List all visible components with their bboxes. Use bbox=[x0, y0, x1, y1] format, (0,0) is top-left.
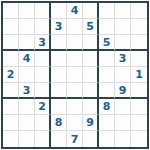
cell-r7c1[interactable] bbox=[3, 99, 19, 115]
cell-r9c4[interactable] bbox=[51, 131, 67, 147]
cell-r4c8[interactable]: 3 bbox=[115, 51, 131, 67]
cell-r4c3[interactable] bbox=[35, 51, 51, 67]
cell-r2c2[interactable] bbox=[19, 19, 35, 35]
cell-r8c4[interactable]: 8 bbox=[51, 115, 67, 131]
cell-r8c7[interactable] bbox=[99, 115, 115, 131]
cell-r6c6[interactable] bbox=[83, 83, 99, 99]
cell-r6c8[interactable]: 9 bbox=[115, 83, 131, 99]
cell-r2c5[interactable] bbox=[67, 19, 83, 35]
cell-r5c8[interactable] bbox=[115, 67, 131, 83]
cell-r4c2[interactable]: 4 bbox=[19, 51, 35, 67]
cell-r9c6[interactable] bbox=[83, 131, 99, 147]
cell-r6c4[interactable] bbox=[51, 83, 67, 99]
given-digit: 7 bbox=[71, 134, 79, 145]
cell-r8c1[interactable] bbox=[3, 115, 19, 131]
given-digit: 4 bbox=[23, 53, 31, 64]
cell-r5c1[interactable]: 2 bbox=[3, 67, 19, 83]
cell-r1c2[interactable] bbox=[19, 3, 35, 19]
given-digit: 3 bbox=[23, 85, 31, 96]
cell-r2c8[interactable] bbox=[115, 19, 131, 35]
cell-r3c3[interactable]: 3 bbox=[35, 35, 51, 51]
cell-r8c2[interactable] bbox=[19, 115, 35, 131]
cell-r6c1[interactable] bbox=[3, 83, 19, 99]
cell-r3c9[interactable] bbox=[131, 35, 147, 51]
given-digit: 4 bbox=[71, 5, 79, 16]
given-digit: 3 bbox=[38, 37, 46, 48]
cell-r9c8[interactable] bbox=[115, 131, 131, 147]
cell-r6c9[interactable] bbox=[131, 83, 147, 99]
cell-r1c6[interactable] bbox=[83, 3, 99, 19]
cell-r2c7[interactable] bbox=[99, 19, 115, 35]
cell-r4c9[interactable] bbox=[131, 51, 147, 67]
cell-r1c9[interactable] bbox=[131, 3, 147, 19]
cell-r3c6[interactable] bbox=[83, 35, 99, 51]
cell-r5c7[interactable] bbox=[99, 67, 115, 83]
cell-r1c4[interactable] bbox=[51, 3, 67, 19]
cell-r1c8[interactable] bbox=[115, 3, 131, 19]
given-digit: 1 bbox=[135, 69, 143, 80]
cell-r1c5[interactable]: 4 bbox=[67, 3, 83, 19]
given-digit: 3 bbox=[119, 53, 127, 64]
cell-r7c3[interactable]: 2 bbox=[35, 99, 51, 115]
cell-r8c5[interactable] bbox=[67, 115, 83, 131]
cell-r2c1[interactable] bbox=[3, 19, 19, 35]
cell-r8c6[interactable]: 9 bbox=[83, 115, 99, 131]
given-digit: 8 bbox=[103, 101, 111, 112]
cell-r4c1[interactable] bbox=[3, 51, 19, 67]
cell-r5c4[interactable] bbox=[51, 67, 67, 83]
cell-r4c6[interactable] bbox=[83, 51, 99, 67]
cell-r9c5[interactable]: 7 bbox=[67, 131, 83, 147]
cell-r7c5[interactable] bbox=[67, 99, 83, 115]
cell-r4c5[interactable] bbox=[67, 51, 83, 67]
cell-r2c3[interactable] bbox=[35, 19, 51, 35]
cell-r6c2[interactable]: 3 bbox=[19, 83, 35, 99]
given-digit: 2 bbox=[38, 101, 46, 112]
cell-r9c9[interactable] bbox=[131, 131, 147, 147]
cell-r5c5[interactable] bbox=[67, 67, 83, 83]
cell-r2c6[interactable]: 5 bbox=[83, 19, 99, 35]
cell-r7c6[interactable] bbox=[83, 99, 99, 115]
cell-r5c6[interactable] bbox=[83, 67, 99, 83]
cell-r7c4[interactable] bbox=[51, 99, 67, 115]
given-digit: 5 bbox=[103, 37, 111, 48]
cell-r7c9[interactable] bbox=[131, 99, 147, 115]
cell-r9c2[interactable] bbox=[19, 131, 35, 147]
cell-r8c9[interactable] bbox=[131, 115, 147, 131]
cell-r3c8[interactable] bbox=[115, 35, 131, 51]
cell-r9c7[interactable] bbox=[99, 131, 115, 147]
cell-r8c3[interactable] bbox=[35, 115, 51, 131]
cell-r7c7[interactable]: 8 bbox=[99, 99, 115, 115]
cell-r5c3[interactable] bbox=[35, 67, 51, 83]
cell-r4c7[interactable] bbox=[99, 51, 115, 67]
cell-r9c3[interactable] bbox=[35, 131, 51, 147]
cell-r1c7[interactable] bbox=[99, 3, 115, 19]
cell-r1c1[interactable] bbox=[3, 3, 19, 19]
cell-r3c5[interactable] bbox=[67, 35, 83, 51]
cell-r5c2[interactable] bbox=[19, 67, 35, 83]
given-digit: 8 bbox=[55, 117, 63, 128]
cell-r6c5[interactable] bbox=[67, 83, 83, 99]
given-digit: 9 bbox=[119, 85, 127, 96]
cell-r9c1[interactable] bbox=[3, 131, 19, 147]
cell-r3c1[interactable] bbox=[3, 35, 19, 51]
cell-r2c4[interactable]: 3 bbox=[51, 19, 67, 35]
given-digit: 5 bbox=[86, 21, 94, 32]
cell-r6c3[interactable] bbox=[35, 83, 51, 99]
cell-r5c9[interactable]: 1 bbox=[131, 67, 147, 83]
cell-r1c3[interactable] bbox=[35, 3, 51, 19]
sudoku-board: 4353543213928897 bbox=[1, 1, 149, 149]
given-digit: 2 bbox=[7, 69, 15, 80]
cell-r3c7[interactable]: 5 bbox=[99, 35, 115, 51]
cell-r3c2[interactable] bbox=[19, 35, 35, 51]
cell-r4c4[interactable] bbox=[51, 51, 67, 67]
cell-r7c2[interactable] bbox=[19, 99, 35, 115]
cell-r2c9[interactable] bbox=[131, 19, 147, 35]
given-digit: 3 bbox=[55, 21, 63, 32]
cell-r7c8[interactable] bbox=[115, 99, 131, 115]
cell-r3c4[interactable] bbox=[51, 35, 67, 51]
given-digit: 9 bbox=[86, 117, 94, 128]
cell-r6c7[interactable] bbox=[99, 83, 115, 99]
cell-r8c8[interactable] bbox=[115, 115, 131, 131]
